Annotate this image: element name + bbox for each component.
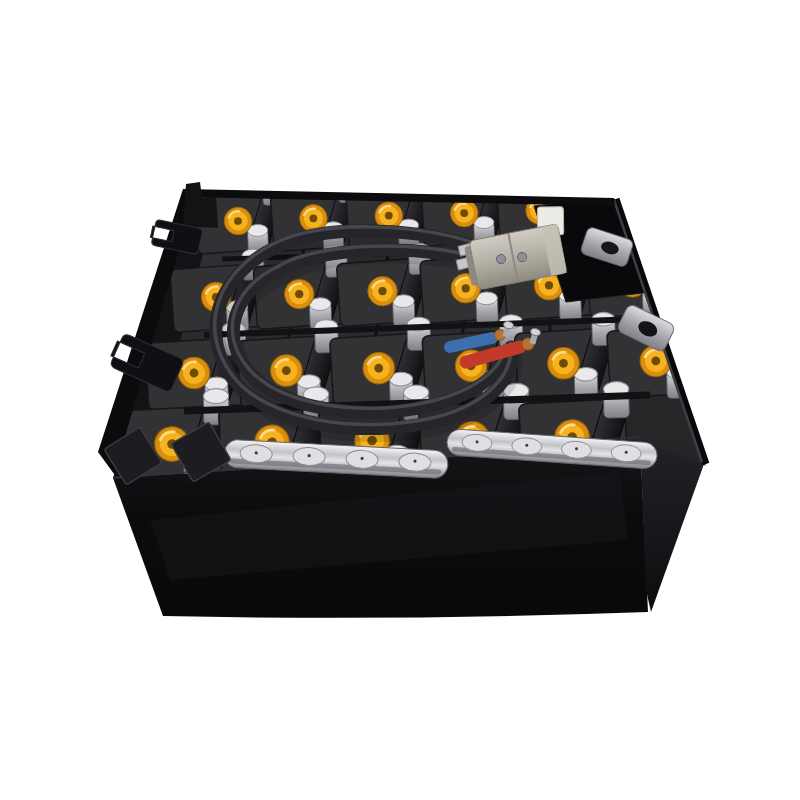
battery-product-photo <box>0 0 800 800</box>
battery-illustration <box>0 0 800 800</box>
